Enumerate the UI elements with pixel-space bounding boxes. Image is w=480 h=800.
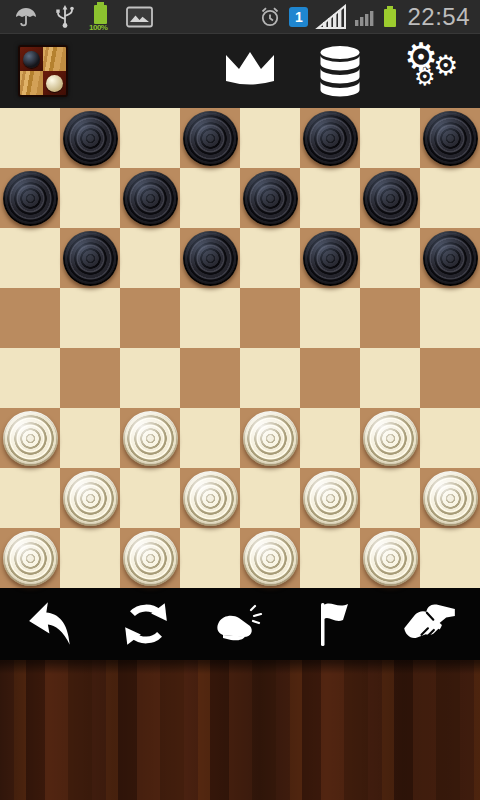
board-square-r3c7	[420, 288, 480, 348]
board-square-r1c7	[420, 168, 480, 228]
board-square-r1c3	[180, 168, 240, 228]
gallery-icon	[126, 6, 153, 28]
handshake-icon	[401, 602, 457, 646]
white-man[interactable]	[303, 471, 358, 526]
kick-boot-icon	[213, 600, 267, 648]
black-man[interactable]	[363, 171, 418, 226]
board-square-r0c0	[0, 108, 60, 168]
board-square-r7c1	[60, 528, 120, 588]
board-square-r7c6[interactable]	[360, 528, 420, 588]
board-square-r2c7[interactable]	[420, 228, 480, 288]
board-square-r1c1	[60, 168, 120, 228]
board-square-r4c6	[360, 348, 420, 408]
black-man[interactable]	[303, 231, 358, 286]
crown-kings-button[interactable]	[220, 41, 280, 101]
board-square-r4c2	[120, 348, 180, 408]
board-square-r4c3[interactable]	[180, 348, 240, 408]
white-man[interactable]	[243, 531, 298, 586]
board-square-r2c6	[360, 228, 420, 288]
board-square-r2c2	[120, 228, 180, 288]
battery-percent-label: 100%	[89, 23, 107, 32]
alarm-clock-icon	[258, 5, 282, 29]
white-man[interactable]	[3, 411, 58, 466]
board-square-r6c5[interactable]	[300, 468, 360, 528]
game-action-bar	[0, 588, 480, 660]
board-square-r2c4	[240, 228, 300, 288]
board-square-r1c5	[300, 168, 360, 228]
wood-table-background	[0, 660, 480, 800]
restart-button[interactable]	[106, 592, 186, 656]
white-man[interactable]	[123, 411, 178, 466]
notification-count: 1	[295, 9, 303, 25]
board-square-r7c7	[420, 528, 480, 588]
black-man[interactable]	[123, 171, 178, 226]
app-toolbar: ⚙ ⚙ ⚙	[0, 34, 480, 108]
signal-bars-icon	[354, 6, 376, 28]
board-square-r7c5	[300, 528, 360, 588]
clock-time: 22:54	[405, 3, 474, 31]
pieces-stack-button[interactable]	[310, 41, 370, 101]
draw-offer-button[interactable]	[389, 592, 469, 656]
settings-gears-icon: ⚙ ⚙ ⚙	[402, 43, 458, 99]
black-man[interactable]	[183, 111, 238, 166]
usb-icon	[54, 4, 76, 30]
signal-triangle-icon	[315, 4, 347, 30]
black-man[interactable]	[243, 171, 298, 226]
board-square-r4c1[interactable]	[60, 348, 120, 408]
status-left-icons: 100%	[6, 4, 153, 30]
board-square-r5c2[interactable]	[120, 408, 180, 468]
board-square-r4c7[interactable]	[420, 348, 480, 408]
board-square-r7c3	[180, 528, 240, 588]
board-square-r3c5	[300, 288, 360, 348]
umbrella-icon	[14, 5, 38, 29]
board-square-r6c6	[360, 468, 420, 528]
white-man[interactable]	[183, 471, 238, 526]
board-square-r5c1	[60, 408, 120, 468]
board-square-r2c1[interactable]	[60, 228, 120, 288]
status-bar: 100% 1	[0, 0, 480, 34]
board-square-r5c7	[420, 408, 480, 468]
board-square-r5c3	[180, 408, 240, 468]
app-icon-black-piece	[23, 51, 40, 68]
notification-badge: 1	[289, 7, 308, 27]
restart-icon	[121, 599, 171, 649]
board-square-r0c7[interactable]	[420, 108, 480, 168]
checkers-board-app-icon	[18, 45, 68, 97]
board-square-r0c3[interactable]	[180, 108, 240, 168]
board-square-r2c0	[0, 228, 60, 288]
board-square-r6c1[interactable]	[60, 468, 120, 528]
toolbar-actions: ⚙ ⚙ ⚙	[220, 41, 470, 101]
black-man[interactable]	[423, 111, 478, 166]
black-man[interactable]	[183, 231, 238, 286]
settings-button[interactable]: ⚙ ⚙ ⚙	[400, 41, 460, 101]
board-square-r6c0	[0, 468, 60, 528]
checkers-app-screen: 100% 1	[0, 0, 480, 800]
white-man[interactable]	[63, 471, 118, 526]
database-stack-icon	[317, 44, 363, 98]
board-square-r6c2	[120, 468, 180, 528]
black-man[interactable]	[303, 111, 358, 166]
board-square-r4c0	[0, 348, 60, 408]
board-square-r0c5[interactable]	[300, 108, 360, 168]
board-square-r0c6	[360, 108, 420, 168]
surrender-button[interactable]	[294, 592, 374, 656]
board-square-r6c7[interactable]	[420, 468, 480, 528]
app-icon-white-piece	[46, 75, 63, 92]
board-square-r6c3[interactable]	[180, 468, 240, 528]
board-square-r3c6[interactable]	[360, 288, 420, 348]
board-square-r5c6[interactable]	[360, 408, 420, 468]
black-man[interactable]	[63, 111, 118, 166]
black-man[interactable]	[63, 231, 118, 286]
board-square-r0c1[interactable]	[60, 108, 120, 168]
black-man[interactable]	[3, 171, 58, 226]
board-square-r2c3[interactable]	[180, 228, 240, 288]
white-man[interactable]	[363, 531, 418, 586]
board-square-r2c5[interactable]	[300, 228, 360, 288]
board-square-r5c5	[300, 408, 360, 468]
surrender-flag-icon	[310, 599, 358, 649]
board-square-r3c0[interactable]	[0, 288, 60, 348]
board-square-r3c1	[60, 288, 120, 348]
board	[0, 108, 480, 588]
white-man[interactable]	[363, 411, 418, 466]
battery-icon	[383, 6, 398, 28]
board-square-r0c4	[240, 108, 300, 168]
board-square-r3c3	[180, 288, 240, 348]
kick-button[interactable]	[200, 592, 280, 656]
board-square-r6c4	[240, 468, 300, 528]
white-man[interactable]	[123, 531, 178, 586]
board-square-r7c2[interactable]	[120, 528, 180, 588]
undo-icon	[25, 599, 77, 649]
white-man[interactable]	[243, 411, 298, 466]
white-man[interactable]	[3, 531, 58, 586]
white-man[interactable]	[423, 471, 478, 526]
board-square-r3c2[interactable]	[120, 288, 180, 348]
board-square-r1c0[interactable]	[0, 168, 60, 228]
board-square-r3c4[interactable]	[240, 288, 300, 348]
undo-button[interactable]	[11, 592, 91, 656]
board-square-r7c4[interactable]	[240, 528, 300, 588]
board-square-r1c4[interactable]	[240, 168, 300, 228]
board-square-r1c2[interactable]	[120, 168, 180, 228]
board-square-r4c4	[240, 348, 300, 408]
crown-icon	[221, 49, 279, 93]
board-square-r7c0[interactable]	[0, 528, 60, 588]
board-square-r4c5[interactable]	[300, 348, 360, 408]
board-square-r0c2	[120, 108, 180, 168]
battery-100-icon: 100%	[92, 4, 110, 30]
board-square-r5c0[interactable]	[0, 408, 60, 468]
board-square-r5c4[interactable]	[240, 408, 300, 468]
status-right-icons: 1 22:54	[258, 3, 474, 31]
board-square-r1c6[interactable]	[360, 168, 420, 228]
black-man[interactable]	[423, 231, 478, 286]
